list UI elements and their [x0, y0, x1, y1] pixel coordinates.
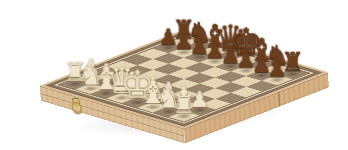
- black-pawn: ♟: [267, 59, 287, 81]
- white-rook: ♜: [172, 91, 195, 117]
- square-h1: ♜: [169, 111, 200, 122]
- chess-set-photo: ♜♞♝♛♚♝♞♜♟♟♟♟♟♟♟♟♟♟♟♟♟♟♟♟♜♞♝♛♚♝♞♜: [0, 0, 348, 150]
- brass-clasp: [69, 97, 82, 112]
